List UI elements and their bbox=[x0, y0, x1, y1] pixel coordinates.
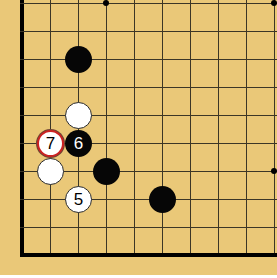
grid-line-vertical bbox=[190, 0, 191, 257]
grid-line-vertical bbox=[134, 0, 135, 257]
grid-line-horizontal bbox=[20, 115, 277, 116]
grid-line-horizontal bbox=[20, 227, 277, 228]
black-stone[interactable] bbox=[65, 46, 92, 73]
white-stone-5[interactable]: 5 bbox=[65, 186, 92, 213]
stone-move-number: 6 bbox=[74, 135, 83, 152]
grid-line-horizontal bbox=[20, 3, 277, 4]
grid-line-vertical bbox=[274, 0, 275, 257]
grid-line-horizontal bbox=[20, 31, 277, 32]
stone-move-number: 5 bbox=[74, 191, 83, 208]
go-board[interactable]: 765 bbox=[0, 0, 277, 275]
black-stone[interactable] bbox=[149, 186, 176, 213]
last-move-white-stone-7[interactable]: 7 bbox=[37, 130, 64, 157]
grid-line-vertical bbox=[50, 0, 51, 257]
white-stone[interactable] bbox=[37, 158, 64, 185]
grid-line-horizontal bbox=[20, 87, 277, 88]
black-stone-6[interactable]: 6 bbox=[65, 130, 92, 157]
stone-move-number: 7 bbox=[46, 135, 55, 152]
grid-line-vertical bbox=[246, 0, 247, 257]
grid-line-vertical bbox=[218, 0, 219, 257]
board-bottom-edge-line bbox=[20, 253, 277, 257]
white-stone[interactable] bbox=[65, 102, 92, 129]
star-point-hoshi bbox=[103, 0, 109, 6]
grid-line-vertical bbox=[106, 0, 107, 257]
grid-line-horizontal bbox=[20, 59, 277, 60]
star-point-hoshi bbox=[271, 168, 277, 174]
star-point-hoshi bbox=[271, 0, 277, 6]
board-left-edge-line bbox=[20, 0, 24, 257]
go-diagram-page: 765 bbox=[0, 0, 277, 278]
black-stone[interactable] bbox=[93, 158, 120, 185]
grid-line-vertical bbox=[162, 0, 163, 257]
